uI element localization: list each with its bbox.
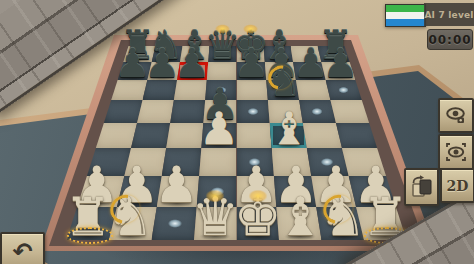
- flag-stripe-0: [386, 5, 425, 12]
- gold-accent-glow: [246, 188, 270, 204]
- white-pawn-d4[interactable]: ♟: [196, 106, 241, 151]
- gold-accent-glow: [203, 188, 227, 204]
- black-pawn-h7[interactable]: ♟: [321, 43, 361, 83]
- undo-arrow-icon: ↶: [12, 242, 32, 262]
- move-hint-c1[interactable]: [166, 218, 184, 230]
- move-hint-g5[interactable]: [310, 107, 324, 115]
- camera-view-button[interactable]: [438, 98, 474, 133]
- black-knight-f6[interactable]: ♞: [263, 62, 304, 103]
- game-timer: 00:00: [427, 29, 473, 50]
- white-knight-b1[interactable]: ♞: [104, 190, 157, 243]
- rotate-board-button[interactable]: [404, 168, 439, 206]
- 2d-mode-label: 2D: [447, 178, 469, 194]
- undo-button[interactable]: ↶: [0, 232, 45, 264]
- gold-accent-mane: [263, 61, 297, 94]
- eye-camera-icon: [445, 105, 467, 126]
- timer-value: 00:00: [428, 33, 471, 47]
- move-hint-h6[interactable]: [337, 86, 350, 93]
- gold-accent-mane: [105, 189, 146, 230]
- flag-stripe-2: [386, 19, 425, 26]
- flag-sierra-leone-icon: [385, 4, 426, 27]
- piece-eye-view-button[interactable]: [438, 134, 474, 170]
- gold-accent-glow: [241, 23, 259, 35]
- 2d-mode-button[interactable]: 2D: [440, 168, 474, 203]
- eye-focus-icon: [445, 141, 467, 163]
- gold-accent-glow: [213, 23, 231, 35]
- black-pawn-c7[interactable]: ♟: [172, 43, 212, 83]
- square-b4[interactable]: [131, 123, 170, 148]
- square-b5[interactable]: [137, 100, 174, 123]
- flag-stripe-1: [386, 12, 425, 19]
- move-hint-e5[interactable]: [246, 107, 260, 115]
- ai-level-badge: AI 7 level: [424, 3, 474, 26]
- game-screen: ♜♞♝♛♚♝♜♟♟♟♟♟♟♟♞♟♟♝♟♟♟♟♟♟♟♜♞♛♚♝♞♜ AI 7 le…: [0, 0, 474, 264]
- gold-accent-mane: [317, 189, 358, 230]
- white-bishop-f4[interactable]: ♝: [267, 106, 312, 151]
- ai-level-label: AI 7 level: [424, 10, 473, 20]
- rotate-squares-icon: [410, 174, 434, 200]
